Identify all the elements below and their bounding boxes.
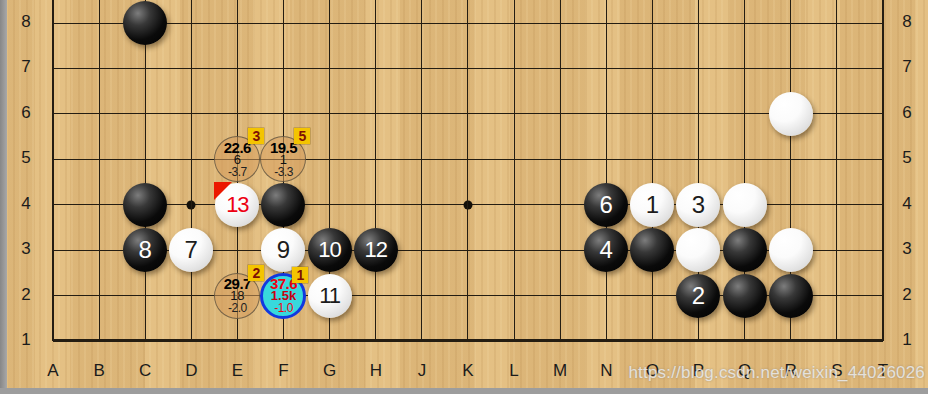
analysis-circle-E2[interactable]: 29.718-2.02 [214, 273, 260, 319]
board-cell-N7[interactable] [583, 46, 629, 91]
board-cell-S5[interactable] [814, 137, 860, 182]
board-cell-D5[interactable] [168, 137, 214, 182]
board-cell-J6[interactable] [399, 91, 445, 136]
analysis-circle-F2[interactable]: 37.61.5k-1.01 [260, 273, 306, 319]
board-cell-M5[interactable] [537, 137, 583, 182]
board-cell-N4[interactable]: 6 [583, 182, 629, 227]
move-number: 11 [319, 285, 340, 307]
rank-badge: 3 [248, 128, 264, 144]
analysis-value: 18 [230, 290, 244, 302]
board-cell-S1[interactable] [814, 318, 860, 363]
rank-badge: 2 [248, 265, 264, 281]
stone-black-C3: 8 [123, 228, 167, 272]
board-cell-G5[interactable] [307, 137, 353, 182]
board-cell-B6[interactable] [76, 91, 122, 136]
board-cell-D1[interactable] [168, 318, 214, 363]
stone-black-C8 [123, 1, 167, 45]
board-cell-H8[interactable] [353, 0, 399, 45]
board-cell-Q5[interactable] [722, 137, 768, 182]
board-cell-D7[interactable] [168, 46, 214, 91]
board-cell-G1[interactable] [307, 318, 353, 363]
board-cell-P4[interactable]: 3 [675, 182, 721, 227]
board-cell-K5[interactable] [445, 137, 491, 182]
board-cell-J3[interactable] [399, 227, 445, 272]
board-cell-H1[interactable] [353, 318, 399, 363]
stone-black-C4 [123, 183, 167, 227]
stone-white-R6 [769, 92, 813, 136]
board-cell-B1[interactable] [76, 318, 122, 363]
col-label-M: M [553, 361, 567, 381]
stone-white-P3 [676, 228, 720, 272]
analysis-value: -1.0 [274, 302, 293, 314]
board-cell-E1[interactable] [214, 318, 260, 363]
stone-black-R2 [769, 274, 813, 318]
board-cell-Q3[interactable] [722, 227, 768, 272]
board-cell-P8[interactable] [675, 0, 721, 45]
go-analysis-screenshot: 22.66-3.7319.51-3.35136138791012429.718-… [0, 0, 928, 394]
board-cell-Q4[interactable] [722, 182, 768, 227]
rank-badge: 5 [294, 128, 310, 144]
board-cell-D8[interactable] [168, 0, 214, 45]
analysis-circle-F5[interactable]: 19.51-3.35 [260, 136, 306, 182]
board-cell-P7[interactable] [675, 46, 721, 91]
board-cell-K3[interactable] [445, 227, 491, 272]
move-number: 6 [600, 193, 613, 217]
board-cell-C4[interactable] [122, 182, 168, 227]
bottom-window-edge [0, 388, 928, 394]
board-cell-P2[interactable]: 2 [675, 273, 721, 318]
board-cell-R6[interactable] [768, 91, 814, 136]
board-cell-K6[interactable] [445, 91, 491, 136]
row-label-right-8: 8 [895, 12, 919, 32]
board-cell-O8[interactable] [629, 0, 675, 45]
board-cell-L1[interactable] [491, 318, 537, 363]
board-cell-S8[interactable] [814, 0, 860, 45]
board-cell-E7[interactable] [214, 46, 260, 91]
board-cell-P6[interactable] [675, 91, 721, 136]
col-label-N: N [600, 361, 612, 381]
board-cell-C5[interactable] [122, 137, 168, 182]
col-label-E: E [232, 361, 243, 381]
board-cell-R7[interactable] [768, 46, 814, 91]
board-cell-K2[interactable] [445, 273, 491, 318]
board-cell-C7[interactable] [122, 46, 168, 91]
stone-black-P2: 2 [676, 274, 720, 318]
board-cell-K1[interactable] [445, 318, 491, 363]
board-cell-H7[interactable] [353, 46, 399, 91]
board-cell-D2[interactable] [168, 273, 214, 318]
col-label-G: G [323, 361, 336, 381]
board-cell-R5[interactable] [768, 137, 814, 182]
stone-black-N4: 6 [584, 183, 628, 227]
board-cell-Q1[interactable] [722, 318, 768, 363]
move-number: 7 [185, 238, 198, 262]
board-cell-J7[interactable] [399, 46, 445, 91]
stone-white-Q4 [723, 183, 767, 227]
stone-black-N3: 4 [584, 228, 628, 272]
row-label-left-8: 8 [14, 12, 38, 32]
board-cell-N5[interactable] [583, 137, 629, 182]
row-label-left-6: 6 [14, 103, 38, 123]
board-cell-B2[interactable] [76, 273, 122, 318]
board-cell-L8[interactable] [491, 0, 537, 45]
board-cell-O7[interactable] [629, 46, 675, 91]
row-label-left-7: 7 [14, 57, 38, 77]
analysis-value: -3.3 [274, 166, 293, 178]
move-number: 8 [138, 238, 151, 262]
board-cell-G3[interactable]: 10 [307, 227, 353, 272]
stone-black-G3: 10 [308, 228, 352, 272]
board-cell-K8[interactable] [445, 0, 491, 45]
board-cell-F1[interactable] [260, 318, 306, 363]
board-cell-F7[interactable] [260, 46, 306, 91]
board-cell-L7[interactable] [491, 46, 537, 91]
move-number: 2 [692, 284, 705, 308]
board-cell-H3[interactable]: 12 [353, 227, 399, 272]
board-cell-M3[interactable] [537, 227, 583, 272]
board-cell-H6[interactable] [353, 91, 399, 136]
row-label-right-1: 1 [895, 330, 919, 350]
board-cell-O4[interactable]: 1 [629, 182, 675, 227]
board-cell-M6[interactable] [537, 91, 583, 136]
board-cell-S3[interactable] [814, 227, 860, 272]
stone-white-F3: 9 [261, 228, 305, 272]
board-cell-S7[interactable] [814, 46, 860, 91]
col-label-A: A [47, 361, 58, 381]
board-cell-J2[interactable] [399, 273, 445, 318]
row-label-left-4: 4 [14, 194, 38, 214]
board-cell-L2[interactable] [491, 273, 537, 318]
row-label-left-1: 1 [14, 330, 38, 350]
row-label-right-7: 7 [895, 57, 919, 77]
move-number: 3 [692, 193, 705, 217]
col-label-C: C [139, 361, 151, 381]
stone-white-P4: 3 [676, 183, 720, 227]
left-window-edge [0, 0, 7, 394]
board-cell-L3[interactable] [491, 227, 537, 272]
board-cell-N2[interactable] [583, 273, 629, 318]
board-cell-N3[interactable]: 4 [583, 227, 629, 272]
board-cell-J4[interactable] [399, 182, 445, 227]
move-number: 9 [277, 238, 290, 262]
board-cell-E4[interactable]: 13 [214, 182, 260, 227]
board-cell-B3[interactable] [76, 227, 122, 272]
stone-white-R3 [769, 228, 813, 272]
board-cell-R2[interactable] [768, 273, 814, 318]
board-cell-G2[interactable]: 11 [307, 273, 353, 318]
board-cell-M8[interactable] [537, 0, 583, 45]
board-cell-K4[interactable] [445, 182, 491, 227]
board-cell-H5[interactable] [353, 137, 399, 182]
board-cell-L4[interactable] [491, 182, 537, 227]
board-cell-N6[interactable] [583, 91, 629, 136]
board-cell-M1[interactable] [537, 318, 583, 363]
board-cell-C2[interactable] [122, 273, 168, 318]
board-cell-B5[interactable] [76, 137, 122, 182]
board-cell-F5[interactable]: 19.51-3.35 [260, 137, 306, 182]
board-cell-O6[interactable] [629, 91, 675, 136]
board-cell-O2[interactable] [629, 273, 675, 318]
move-number: 4 [600, 238, 613, 262]
stone-black-Q2 [723, 274, 767, 318]
analysis-circle-E5[interactable]: 22.66-3.73 [214, 136, 260, 182]
board-cell-D4[interactable] [168, 182, 214, 227]
board-cell-F2[interactable]: 37.61.5k-1.01 [260, 273, 306, 318]
board-cell-E5[interactable]: 22.66-3.73 [214, 137, 260, 182]
board-cell-D6[interactable] [168, 91, 214, 136]
board-cell-L5[interactable] [491, 137, 537, 182]
stone-black-H3: 12 [354, 228, 398, 272]
board-cell-P1[interactable] [675, 318, 721, 363]
row-label-right-3: 3 [895, 239, 919, 259]
stone-black-F4 [261, 183, 305, 227]
board-cell-S6[interactable] [814, 91, 860, 136]
board-cell-C8[interactable] [122, 0, 168, 45]
board-cell-N1[interactable] [583, 318, 629, 363]
col-label-L: L [509, 361, 518, 381]
row-label-left-3: 3 [14, 239, 38, 259]
board-cell-Q6[interactable] [722, 91, 768, 136]
board-cell-R8[interactable] [768, 0, 814, 45]
board-cell-F4[interactable] [260, 182, 306, 227]
board-cell-G7[interactable] [307, 46, 353, 91]
analysis-value: 6 [234, 154, 241, 166]
move-number: 12 [364, 239, 386, 261]
col-label-J: J [418, 361, 427, 381]
col-label-H: H [370, 361, 382, 381]
board-cell-H2[interactable] [353, 273, 399, 318]
board-cell-B4[interactable] [76, 182, 122, 227]
analysis-value: -3.7 [228, 166, 247, 178]
move-number: 1 [646, 193, 659, 217]
board-cell-S4[interactable] [814, 182, 860, 227]
watermark: https://blog.csdn.net/weixin_44026026 [628, 363, 925, 383]
board-cell-S2[interactable] [814, 273, 860, 318]
board-cell-B7[interactable] [76, 46, 122, 91]
board-cell-G8[interactable] [307, 0, 353, 45]
row-label-left-2: 2 [14, 285, 38, 305]
analysis-value: -2.0 [228, 302, 247, 314]
board-cell-K7[interactable] [445, 46, 491, 91]
row-label-right-5: 5 [895, 148, 919, 168]
stone-white-D3: 7 [169, 228, 213, 272]
board-cell-O5[interactable] [629, 137, 675, 182]
row-label-right-4: 4 [895, 194, 919, 214]
board-cell-P5[interactable] [675, 137, 721, 182]
board-cell-D3[interactable]: 7 [168, 227, 214, 272]
board-cell-J8[interactable] [399, 0, 445, 45]
row-label-right-6: 6 [895, 103, 919, 123]
board-cell-H4[interactable] [353, 182, 399, 227]
stone-white-O4: 1 [630, 183, 674, 227]
row-label-right-2: 2 [895, 285, 919, 305]
last-move-marker-icon [214, 182, 232, 200]
board-cell-R4[interactable] [768, 182, 814, 227]
go-board[interactable]: 22.66-3.7319.51-3.35136138791012429.718-… [30, 0, 906, 363]
board-cell-Q7[interactable] [722, 46, 768, 91]
col-label-F: F [278, 361, 288, 381]
board-cell-P3[interactable] [675, 227, 721, 272]
board-cell-J1[interactable] [399, 318, 445, 363]
board-cell-L6[interactable] [491, 91, 537, 136]
row-label-left-5: 5 [14, 148, 38, 168]
board-cell-M4[interactable] [537, 182, 583, 227]
board-cell-O3[interactable] [629, 227, 675, 272]
analysis-value: 1 [280, 154, 287, 166]
board-cell-M7[interactable] [537, 46, 583, 91]
rank-badge: 1 [292, 267, 308, 283]
col-label-B: B [93, 361, 104, 381]
analysis-value: 1.5k [271, 290, 296, 302]
col-label-K: K [462, 361, 473, 381]
board-cell-C1[interactable] [122, 318, 168, 363]
stone-black-O3 [630, 228, 674, 272]
board-cell-B8[interactable] [76, 0, 122, 45]
stone-black-Q3 [723, 228, 767, 272]
board-cell-C6[interactable] [122, 91, 168, 136]
star-point-D4 [187, 200, 196, 209]
board-cell-Q8[interactable] [722, 0, 768, 45]
star-point-K4 [463, 200, 472, 209]
board-cell-R3[interactable] [768, 227, 814, 272]
board-cell-C3[interactable]: 8 [122, 227, 168, 272]
col-label-D: D [185, 361, 197, 381]
board-cell-E8[interactable] [214, 0, 260, 45]
board-cell-N8[interactable] [583, 0, 629, 45]
board-cell-R1[interactable] [768, 318, 814, 363]
stone-white-G2: 11 [308, 274, 352, 318]
board-cell-M2[interactable] [537, 273, 583, 318]
move-number: 10 [318, 239, 340, 261]
board-cell-G4[interactable] [307, 182, 353, 227]
board-cell-F8[interactable] [260, 0, 306, 45]
board-cell-Q2[interactable] [722, 273, 768, 318]
board-cell-G6[interactable] [307, 91, 353, 136]
board-cell-E2[interactable]: 29.718-2.02 [214, 273, 260, 318]
board-cell-O1[interactable] [629, 318, 675, 363]
board-cell-J5[interactable] [399, 137, 445, 182]
